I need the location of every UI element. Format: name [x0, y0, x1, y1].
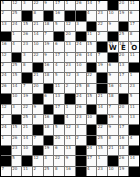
cell-r6c7[interactable]: 1	[65, 53, 75, 62]
cell-r15c9[interactable]: 24	[87, 146, 97, 155]
cell-r10c5[interactable]: 6	[44, 94, 54, 103]
code-number: 5	[55, 125, 58, 129]
cell-r8c4[interactable]: 21	[33, 73, 43, 82]
code-number: 12	[12, 1, 17, 5]
block-cell-r11c9	[87, 105, 97, 114]
code-number: 4	[87, 167, 90, 171]
code-number: 13	[2, 22, 7, 26]
cell-r6c8[interactable]: 26	[76, 53, 86, 62]
cell-r8c13[interactable]: 1	[129, 73, 139, 82]
block-cell-r3c12	[119, 22, 129, 31]
cell-r6c13[interactable]: 11	[129, 53, 139, 62]
cell-r7c5[interactable]: 16	[44, 63, 54, 72]
cell-r12c1[interactable]: 2	[1, 115, 11, 124]
cell-r7c10[interactable]: 19	[97, 63, 107, 72]
cell-r1c13[interactable]: 11	[129, 1, 139, 10]
block-cell-r7c13	[129, 63, 139, 72]
cell-r13c12[interactable]: 17	[119, 125, 129, 134]
code-number: 16	[66, 167, 71, 171]
cell-r5c13[interactable]: 5O	[129, 42, 139, 51]
code-number: 26	[119, 156, 124, 160]
block-cell-r16c8	[76, 156, 86, 165]
cell-r7c3[interactable]: 8	[22, 63, 32, 72]
cell-r9c9[interactable]: 8	[87, 84, 97, 93]
code-number: 13	[66, 42, 71, 46]
code-number: 25	[44, 167, 49, 171]
code-number: 9	[108, 125, 111, 129]
cell-r9c2[interactable]: 14	[12, 84, 22, 93]
cell-r9c4[interactable]: 20	[33, 84, 43, 93]
block-cell-r15c13	[129, 146, 139, 155]
cell-r14c12[interactable]: 16	[119, 136, 129, 145]
cell-r17c7[interactable]: 16	[65, 167, 75, 176]
cell-r9c11[interactable]: 16	[108, 84, 118, 93]
block-cell-r15c4	[33, 146, 43, 155]
cell-r10c8[interactable]: 24	[76, 94, 86, 103]
code-number: 23	[12, 146, 17, 150]
code-number: 6	[55, 42, 58, 46]
code-number: 15	[12, 125, 17, 129]
code-number: 2	[2, 11, 5, 15]
code-number: 4	[119, 84, 122, 88]
block-cell-r12c2	[12, 115, 22, 124]
code-number: 17	[55, 105, 60, 109]
cell-r13c7[interactable]: 12	[65, 125, 75, 134]
cell-r5c8[interactable]: 24	[76, 42, 86, 51]
cell-r4c12[interactable]: 25	[119, 32, 129, 41]
cell-r1c6[interactable]: 17	[54, 1, 64, 10]
cell-r14c11[interactable]: 8	[108, 136, 118, 145]
block-cell-r13c9	[87, 125, 97, 134]
block-cell-r11c5	[44, 105, 54, 114]
code-number: 12	[34, 156, 39, 160]
cell-r16c9[interactable]: 17	[87, 156, 97, 165]
code-number: 11	[23, 167, 28, 171]
block-cell-r6c2	[12, 53, 22, 62]
cell-r1c12[interactable]: 20	[119, 1, 129, 10]
cell-r14c13[interactable]: 4	[129, 136, 139, 145]
code-number: 3	[76, 22, 79, 26]
cell-r5c2[interactable]: 4	[12, 42, 22, 51]
code-number: 3	[23, 53, 26, 57]
cell-r14c4[interactable]: 7	[33, 136, 43, 145]
cell-r6c3[interactable]: 3	[22, 53, 32, 62]
code-number: 20	[12, 167, 17, 171]
code-number: 24	[2, 125, 7, 129]
cell-r2c10[interactable]: 23	[97, 11, 107, 20]
code-number: 21	[98, 94, 103, 98]
cell-r10c13[interactable]: 5	[129, 94, 139, 103]
code-number: 13	[119, 63, 124, 67]
code-number: 10	[76, 63, 81, 67]
cell-r4c10[interactable]: 2	[97, 32, 107, 41]
cell-r1c4[interactable]: 22	[33, 1, 43, 10]
code-number: 16	[55, 11, 60, 15]
cell-r16c2[interactable]: 5	[12, 156, 22, 165]
code-number: 1	[12, 32, 15, 36]
block-cell-r16c11	[108, 156, 118, 165]
cell-r17c6[interactable]: 8	[54, 167, 64, 176]
code-number: 7	[34, 136, 37, 140]
cell-r16c5[interactable]: 3	[44, 156, 54, 165]
code-number: 7	[23, 84, 26, 88]
code-number: 10	[108, 167, 113, 171]
code-number: 2	[98, 32, 101, 36]
code-number: 11	[55, 84, 60, 88]
code-number: 6	[44, 94, 47, 98]
cell-r8c6[interactable]: 5	[54, 73, 64, 82]
cell-r15c12[interactable]: 18	[119, 146, 129, 155]
cell-r9c7[interactable]: 2	[65, 84, 75, 93]
cell-r15c3[interactable]: 10	[22, 146, 32, 155]
cell-r11c13[interactable]: 11	[129, 105, 139, 114]
cell-r2c9[interactable]: 4	[87, 11, 97, 20]
cell-r14c10[interactable]: 25	[97, 136, 107, 145]
block-cell-r10c12	[119, 94, 129, 103]
code-number: 20	[119, 105, 124, 109]
code-number: 26	[76, 105, 81, 109]
cell-r10c10[interactable]: 21	[97, 94, 107, 103]
cell-r15c10[interactable]: 15	[97, 146, 107, 155]
cell-r13c1[interactable]: 24	[1, 125, 11, 134]
cell-r2c6[interactable]: 16	[54, 11, 64, 20]
cell-r13c3[interactable]: 21	[22, 125, 32, 134]
code-number: 23	[76, 115, 81, 119]
cell-r14c3[interactable]: 14	[22, 136, 32, 145]
cell-r5c9[interactable]: 15	[87, 42, 97, 51]
cell-r12c12[interactable]: 6	[119, 115, 129, 124]
code-number: 16	[2, 42, 7, 46]
code-number: 17	[119, 73, 124, 77]
codeword-board: 5123229171261472011225816423101961324152…	[0, 0, 140, 177]
cell-r12c3[interactable]: 25	[22, 115, 32, 124]
cell-r4c9[interactable]: 11	[87, 32, 97, 41]
cell-r11c12[interactable]: 20	[119, 105, 129, 114]
code-number: 22	[23, 105, 28, 109]
block-cell-r16c1	[1, 156, 11, 165]
cell-r9c13[interactable]: 23	[129, 84, 139, 93]
code-number: 8	[34, 11, 37, 15]
block-cell-r7c9	[87, 63, 97, 72]
code-number: 20	[66, 32, 71, 36]
given-letter: E	[119, 42, 129, 51]
code-number: 6	[108, 63, 111, 67]
cell-r3c13[interactable]: 17	[129, 22, 139, 31]
block-cell-r15c1	[1, 146, 11, 155]
cell-r8c1[interactable]: 24	[1, 73, 11, 82]
code-number: 18	[44, 73, 49, 77]
cell-r12c7[interactable]: 4	[65, 115, 75, 124]
cell-r17c9[interactable]: 4	[87, 167, 97, 176]
block-cell-r17c8	[76, 167, 86, 176]
block-cell-r2c7	[65, 11, 75, 20]
cell-r11c7[interactable]: 1	[65, 105, 75, 114]
cell-r16c6[interactable]: 22	[54, 156, 64, 165]
block-cell-r5c10	[97, 42, 107, 51]
code-number: 26	[23, 32, 28, 36]
cell-r17c5[interactable]: 25	[44, 167, 54, 176]
cell-r14c7[interactable]: 11	[65, 136, 75, 145]
cell-r12c13[interactable]: 13	[129, 115, 139, 124]
code-number: 2	[34, 167, 37, 171]
cell-r8c12[interactable]: 17	[119, 73, 129, 82]
cell-r9c1[interactable]: 26	[1, 84, 11, 93]
cell-r8c9[interactable]: 22	[87, 73, 97, 82]
cell-r1c2[interactable]: 12	[12, 1, 22, 10]
cell-r6c12[interactable]: 20	[119, 53, 129, 62]
code-number: 21	[34, 22, 39, 26]
cell-r1c9[interactable]: 14	[87, 1, 97, 10]
code-number: 8	[130, 32, 133, 36]
cell-r14c2[interactable]: 26	[12, 136, 22, 145]
code-number: 12	[2, 105, 7, 109]
cell-r3c11[interactable]: 9	[108, 22, 118, 31]
cell-r11c3[interactable]: 22	[22, 105, 32, 114]
cell-r3c2[interactable]: 24	[12, 22, 22, 31]
cell-r5c4[interactable]: 10	[33, 42, 43, 51]
cell-r14c6[interactable]: 20	[54, 136, 64, 145]
cell-r1c8[interactable]: 26	[76, 1, 86, 10]
code-number: 11	[66, 136, 71, 140]
cell-r15c2[interactable]: 23	[12, 146, 22, 155]
cell-r10c2[interactable]: 10	[12, 94, 22, 103]
cell-r15c5[interactable]: 19	[44, 146, 54, 155]
cell-r15c11[interactable]: 21	[108, 146, 118, 155]
block-cell-r13c13	[129, 125, 139, 134]
cell-r3c4[interactable]: 21	[33, 22, 43, 31]
cell-r16c10[interactable]: 1	[97, 156, 107, 165]
cell-r6c10[interactable]: 7	[97, 53, 107, 62]
cell-r12c9[interactable]: 10	[87, 115, 97, 124]
code-number: 8	[34, 115, 37, 119]
cell-r2c11[interactable]: 10	[108, 11, 118, 20]
code-number: 18	[108, 94, 113, 98]
block-cell-r8c3	[22, 73, 32, 82]
cell-r2c12[interactable]: 19	[119, 11, 129, 20]
cell-r14c8[interactable]: 2	[76, 136, 86, 145]
cell-r11c4[interactable]: 9	[33, 105, 43, 114]
cell-r13c8[interactable]: 3	[76, 125, 86, 134]
code-number: 9	[44, 53, 47, 57]
cell-r16c4[interactable]: 12	[33, 156, 43, 165]
block-cell-r3c9	[87, 22, 97, 31]
cell-r5c6[interactable]: 6	[54, 42, 64, 51]
cell-r13c11[interactable]: 9	[108, 125, 118, 134]
cell-r12c4[interactable]: 8	[33, 115, 43, 124]
cell-r9c3[interactable]: 7	[22, 84, 32, 93]
cell-r10c3[interactable]: 19	[22, 94, 32, 103]
block-cell-r14c5	[44, 136, 54, 145]
cell-r17c12[interactable]: 19	[119, 167, 129, 176]
cell-r11c11[interactable]: 7	[108, 105, 118, 114]
cell-r2c4[interactable]: 8	[33, 11, 43, 20]
cell-r10c9[interactable]: 15	[87, 94, 97, 103]
code-number: 15	[87, 42, 92, 46]
cell-r1c3[interactable]: 3	[22, 1, 32, 10]
cell-r7c12[interactable]: 13	[119, 63, 129, 72]
code-number: 23	[130, 84, 135, 88]
code-number: 19	[98, 63, 103, 67]
code-number: 20	[119, 1, 124, 5]
block-cell-r9c10	[97, 84, 107, 93]
code-number: 2	[2, 115, 5, 119]
cell-r7c6[interactable]: 4	[54, 63, 64, 72]
code-number: 22	[87, 73, 92, 77]
cell-r7c8[interactable]: 10	[76, 63, 86, 72]
cell-r15c7[interactable]: 13	[65, 146, 75, 155]
code-number: 20	[119, 53, 124, 57]
code-number: 25	[76, 84, 81, 88]
code-number: 9	[34, 105, 37, 109]
code-number: 10	[108, 11, 113, 15]
cell-r2c13[interactable]: 6	[129, 11, 139, 20]
code-number: 13	[130, 115, 135, 119]
code-number: 17	[55, 1, 60, 5]
cell-r16c7[interactable]: 9	[65, 156, 75, 165]
block-cell-r17c13	[129, 167, 139, 176]
code-number: 19	[44, 146, 49, 150]
cell-r14c1[interactable]: 1	[1, 136, 11, 145]
cell-r5c11[interactable]: 21W	[108, 42, 118, 51]
cell-r3c8[interactable]: 3	[76, 22, 86, 31]
cell-r11c8[interactable]: 26	[76, 105, 86, 114]
code-number: 16	[44, 115, 49, 119]
cell-r3c10[interactable]: 22	[97, 22, 107, 31]
cell-r8c11[interactable]: 9	[108, 73, 118, 82]
code-number: 25	[12, 11, 17, 15]
cell-r12c11[interactable]: 19	[108, 115, 118, 124]
cell-r8c7[interactable]: 12	[65, 73, 75, 82]
cell-r4c4[interactable]: 14	[33, 32, 43, 41]
cell-r4c13[interactable]: 8	[129, 32, 139, 41]
cell-r10c6[interactable]: 13	[54, 94, 64, 103]
code-number: 11	[130, 53, 135, 57]
cell-r7c1[interactable]: 2	[1, 63, 11, 72]
cell-r12c5[interactable]: 16	[44, 115, 54, 124]
cell-r13c6[interactable]: 5	[54, 125, 64, 134]
cell-r8c5[interactable]: 18	[44, 73, 54, 82]
cell-r11c6[interactable]: 17	[54, 105, 64, 114]
code-number: 14	[87, 1, 92, 5]
code-number: 9	[108, 22, 111, 26]
cell-r7c11[interactable]: 6	[108, 63, 118, 72]
cell-r1c10[interactable]: 7	[97, 1, 107, 10]
cell-r6c6[interactable]: 17	[54, 53, 64, 62]
cell-r3c6[interactable]: 5	[54, 22, 64, 31]
cell-r3c7[interactable]: 12	[65, 22, 75, 31]
code-number: 24	[76, 42, 81, 46]
code-number: 22	[98, 125, 103, 129]
code-number: 23	[98, 11, 103, 15]
cell-r5c3[interactable]: 23	[22, 42, 32, 51]
cell-r13c5[interactable]: 18	[44, 125, 54, 134]
cell-r2c2[interactable]: 25	[12, 11, 22, 20]
code-number: 19	[119, 167, 124, 171]
code-number: 18	[119, 146, 124, 150]
cell-r3c3[interactable]: 15	[22, 22, 32, 31]
cell-r2c1[interactable]: 2	[1, 11, 11, 20]
cell-r3c5[interactable]: 18	[44, 22, 54, 31]
cell-r7c2[interactable]: 25	[12, 63, 22, 72]
cell-r5c12[interactable]: 18E	[119, 42, 129, 51]
cell-r11c2[interactable]: 3	[12, 105, 22, 114]
code-number: 4	[55, 63, 58, 67]
cell-r6c5[interactable]: 9	[44, 53, 54, 62]
block-cell-r14c9	[87, 136, 97, 145]
cell-r8c2[interactable]: 15	[12, 73, 22, 82]
cell-r17c2[interactable]: 20	[12, 167, 22, 176]
cell-r7c7[interactable]: 23	[65, 63, 75, 72]
code-number: 8	[108, 136, 111, 140]
cell-r1c5[interactable]: 9	[44, 1, 54, 10]
cell-r12c8[interactable]: 23	[76, 115, 86, 124]
cell-r6c1[interactable]: 12	[1, 53, 11, 62]
cell-r16c12[interactable]: 26	[119, 156, 129, 165]
cell-r4c2[interactable]: 1	[12, 32, 22, 41]
cell-r5c7[interactable]: 13	[65, 42, 75, 51]
cell-r17c11[interactable]: 10	[108, 167, 118, 176]
cell-r4c5[interactable]: 7	[44, 32, 54, 41]
code-number: 3	[76, 73, 79, 77]
block-cell-r4c1	[1, 32, 11, 41]
cell-r9c12[interactable]: 4	[119, 84, 129, 93]
cell-r8c8[interactable]: 3	[76, 73, 86, 82]
block-cell-r4c11	[108, 32, 118, 41]
code-number: 12	[66, 125, 71, 129]
cell-r16c13[interactable]: 14	[129, 156, 139, 165]
cell-r17c4[interactable]: 2	[33, 167, 43, 176]
cell-r17c10[interactable]: 23	[97, 167, 107, 176]
cell-r13c10[interactable]: 22	[97, 125, 107, 134]
block-cell-r6c11	[108, 53, 118, 62]
cell-r3c1[interactable]: 13	[1, 22, 11, 31]
code-number: 8	[87, 84, 90, 88]
code-number: 1	[130, 73, 133, 77]
cell-r9c8[interactable]: 25	[76, 84, 86, 93]
cell-r15c6[interactable]: 6	[54, 146, 64, 155]
cell-r1c7[interactable]: 1	[65, 1, 75, 10]
code-number: 12	[2, 53, 7, 57]
code-number: 17	[119, 125, 124, 129]
code-number: 10	[34, 42, 39, 46]
cell-r4c3[interactable]: 26	[22, 32, 32, 41]
cell-r6c4[interactable]: 22	[33, 53, 43, 62]
cell-r11c1[interactable]: 12	[1, 105, 11, 114]
cell-r10c11[interactable]: 18	[108, 94, 118, 103]
code-number: 19	[119, 11, 124, 15]
cell-r5c5[interactable]: 19	[44, 42, 54, 51]
cell-r4c7[interactable]: 20	[65, 32, 75, 41]
block-cell-r12c6	[54, 115, 64, 124]
cell-r9c6[interactable]: 11	[54, 84, 64, 93]
code-number: 5	[12, 156, 15, 160]
block-cell-r7c4	[33, 63, 43, 72]
block-cell-r2c5	[44, 11, 54, 20]
code-number: 9	[44, 1, 47, 5]
block-cell-r1c11	[108, 1, 118, 10]
code-number: 20	[34, 84, 39, 88]
cell-r1c1[interactable]: 5	[1, 1, 11, 10]
cell-r5c1[interactable]: 16	[1, 42, 11, 51]
cell-r17c3[interactable]: 11	[22, 167, 32, 176]
code-number: 22	[34, 53, 39, 57]
cell-r11c10[interactable]: 14	[97, 105, 107, 114]
cell-r6c9[interactable]: 14	[87, 53, 97, 62]
cell-r13c2[interactable]: 15	[12, 125, 22, 134]
cell-r17c1[interactable]: 7	[1, 167, 11, 176]
code-number: 21	[23, 125, 28, 129]
code-number: 11	[87, 32, 92, 36]
